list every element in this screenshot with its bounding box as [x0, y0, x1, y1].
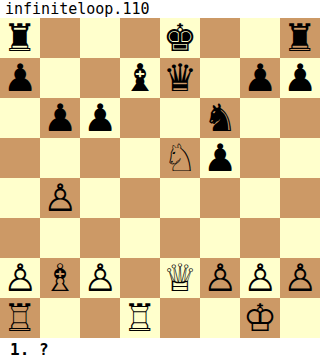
square-f7[interactable]	[200, 58, 240, 98]
white-pawn-g2: ♙	[243, 258, 277, 298]
square-d7[interactable]: ♝	[120, 58, 160, 98]
puzzle-title: infiniteloop.110	[5, 0, 150, 18]
square-f1[interactable]	[200, 298, 240, 338]
square-f6[interactable]: ♞	[200, 98, 240, 138]
square-g2[interactable]: ♙	[240, 258, 280, 298]
square-e2[interactable]: ♕	[160, 258, 200, 298]
square-d2[interactable]	[120, 258, 160, 298]
square-g3[interactable]	[240, 218, 280, 258]
white-rook-d1: ♖	[123, 298, 157, 338]
square-h5[interactable]	[280, 138, 320, 178]
chess-board: ♜♚♜♟♝♛♟♟♟♟♞♘♟♙♙♗♙♕♙♙♙♖♖♔	[0, 18, 320, 338]
square-g7[interactable]: ♟	[240, 58, 280, 98]
black-pawn-c6: ♟	[83, 98, 117, 138]
square-a1[interactable]: ♖	[0, 298, 40, 338]
square-d4[interactable]	[120, 178, 160, 218]
square-f5[interactable]: ♟	[200, 138, 240, 178]
square-d8[interactable]	[120, 18, 160, 58]
square-e4[interactable]	[160, 178, 200, 218]
square-d6[interactable]	[120, 98, 160, 138]
white-pawn-b4: ♙	[43, 178, 77, 218]
square-g8[interactable]	[240, 18, 280, 58]
black-knight-f6: ♞	[203, 98, 237, 138]
square-g1[interactable]: ♔	[240, 298, 280, 338]
square-e5[interactable]: ♘	[160, 138, 200, 178]
square-a4[interactable]	[0, 178, 40, 218]
square-c4[interactable]	[80, 178, 120, 218]
square-d1[interactable]: ♖	[120, 298, 160, 338]
square-c7[interactable]	[80, 58, 120, 98]
move-prompt: 1. ?	[10, 340, 49, 359]
square-f8[interactable]	[200, 18, 240, 58]
square-h3[interactable]	[280, 218, 320, 258]
black-pawn-h7: ♟	[283, 58, 317, 98]
square-d5[interactable]	[120, 138, 160, 178]
black-pawn-a7: ♟	[3, 58, 37, 98]
title-bar: infiniteloop.110	[0, 0, 320, 18]
black-king-e8: ♚	[163, 18, 197, 58]
square-h1[interactable]	[280, 298, 320, 338]
square-a6[interactable]	[0, 98, 40, 138]
square-b2[interactable]: ♗	[40, 258, 80, 298]
square-e7[interactable]: ♛	[160, 58, 200, 98]
square-b6[interactable]: ♟	[40, 98, 80, 138]
square-e6[interactable]	[160, 98, 200, 138]
square-h2[interactable]: ♙	[280, 258, 320, 298]
square-c3[interactable]	[80, 218, 120, 258]
square-b7[interactable]	[40, 58, 80, 98]
square-g6[interactable]	[240, 98, 280, 138]
white-king-g1: ♔	[243, 298, 277, 338]
white-pawn-c2: ♙	[83, 258, 117, 298]
black-pawn-f5: ♟	[203, 138, 237, 178]
black-queen-e7: ♛	[163, 58, 197, 98]
square-e1[interactable]	[160, 298, 200, 338]
square-a8[interactable]: ♜	[0, 18, 40, 58]
square-h8[interactable]: ♜	[280, 18, 320, 58]
square-f4[interactable]	[200, 178, 240, 218]
square-a3[interactable]	[0, 218, 40, 258]
square-b5[interactable]	[40, 138, 80, 178]
square-h7[interactable]: ♟	[280, 58, 320, 98]
square-b8[interactable]	[40, 18, 80, 58]
square-f2[interactable]: ♙	[200, 258, 240, 298]
square-b3[interactable]	[40, 218, 80, 258]
square-d3[interactable]	[120, 218, 160, 258]
white-knight-e5: ♘	[163, 138, 197, 178]
move-bar: 1. ?	[0, 338, 320, 360]
square-g5[interactable]	[240, 138, 280, 178]
square-a2[interactable]: ♙	[0, 258, 40, 298]
black-rook-h8: ♜	[283, 18, 317, 58]
square-h4[interactable]	[280, 178, 320, 218]
black-pawn-g7: ♟	[243, 58, 277, 98]
black-pawn-b6: ♟	[43, 98, 77, 138]
white-rook-a1: ♖	[3, 298, 37, 338]
square-c2[interactable]: ♙	[80, 258, 120, 298]
square-b1[interactable]	[40, 298, 80, 338]
square-f3[interactable]	[200, 218, 240, 258]
white-bishop-b2: ♗	[43, 258, 77, 298]
square-g4[interactable]	[240, 178, 280, 218]
square-c5[interactable]	[80, 138, 120, 178]
square-a5[interactable]	[0, 138, 40, 178]
square-c8[interactable]	[80, 18, 120, 58]
square-c1[interactable]	[80, 298, 120, 338]
square-e8[interactable]: ♚	[160, 18, 200, 58]
square-e3[interactable]	[160, 218, 200, 258]
white-pawn-h2: ♙	[283, 258, 317, 298]
white-pawn-f2: ♙	[203, 258, 237, 298]
white-pawn-a2: ♙	[3, 258, 37, 298]
square-c6[interactable]: ♟	[80, 98, 120, 138]
square-b4[interactable]: ♙	[40, 178, 80, 218]
white-queen-e2: ♕	[163, 258, 197, 298]
black-bishop-d7: ♝	[123, 58, 157, 98]
square-h6[interactable]	[280, 98, 320, 138]
black-rook-a8: ♜	[3, 18, 37, 58]
square-a7[interactable]: ♟	[0, 58, 40, 98]
